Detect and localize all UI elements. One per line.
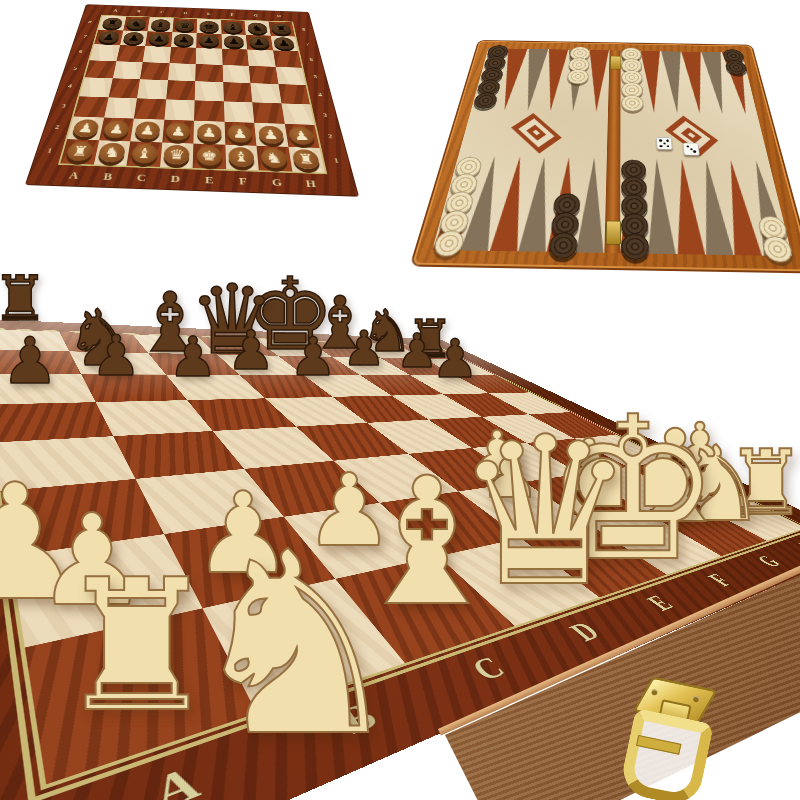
disc-symbol: ♜	[297, 151, 316, 167]
backgammon-photo	[414, 0, 800, 286]
flat-square-c4	[137, 79, 168, 99]
disc-symbol: ♟	[262, 127, 279, 142]
flat-square-e3	[194, 100, 224, 122]
dark-disc-b: ♝	[223, 21, 243, 33]
disc-symbol: ♟	[139, 122, 156, 137]
disc-symbol: ♟	[232, 126, 248, 141]
disc-symbol: ♟	[101, 32, 116, 42]
flat-square-a5	[85, 60, 116, 78]
flat-coord-number-right-8: 8	[302, 27, 306, 31]
disc-symbol: ♟	[252, 37, 266, 47]
flat-coord-number-left-7: 7	[83, 34, 88, 38]
main-coord-letter-G: G	[750, 552, 786, 571]
disc-symbol: ♟	[277, 38, 291, 48]
disc-symbol: ♟	[177, 35, 190, 45]
latch-hasp-loop	[618, 708, 714, 800]
main-coord-letter-B: B	[333, 695, 385, 743]
flat-square-g3	[252, 102, 284, 124]
disc-symbol: ♛	[178, 21, 190, 30]
flat-coord-letter-far-A: A	[113, 9, 118, 12]
flat-square-h3	[281, 103, 314, 125]
flat-coord-number-left-5: 5	[73, 66, 78, 71]
disc-symbol: ♟	[203, 35, 216, 45]
flat-coord-number-left-4: 4	[67, 83, 72, 89]
flat-coord-number-left-3: 3	[61, 103, 67, 109]
disc-symbol: ♝	[135, 145, 153, 161]
flat-coord-letter-C: C	[136, 171, 147, 184]
disc-symbol: ♟	[127, 33, 141, 43]
flat-square-e5	[195, 64, 223, 82]
flat-coord-number-right-6: 6	[309, 57, 314, 62]
flat-coord-letter-far-E: E	[207, 12, 211, 16]
disc-symbol: ♟	[170, 123, 186, 138]
flat-square-a6	[90, 44, 120, 61]
flat-square-b6	[116, 45, 145, 62]
flat-square-f6	[222, 49, 249, 66]
flat-square-g4	[250, 83, 281, 103]
die-2-showing-3	[683, 143, 700, 156]
flat-coord-letter-B: B	[102, 170, 113, 183]
flat-coord-letter-A: A	[68, 169, 80, 182]
flat-coord-number-right-7: 7	[305, 42, 309, 46]
disc-symbol: ♝	[154, 20, 167, 29]
disc-symbol: ♞	[265, 150, 283, 166]
disc-symbol: ♛	[168, 146, 185, 162]
disc-symbol: ♟	[76, 120, 95, 135]
disc-symbol: ♟	[108, 121, 126, 136]
flat-chessboard-photo: AABBCCDDEEFFGGHH1122334455667788♜♞♝♛♚♝♞♜…	[6, 4, 378, 210]
die-pip	[690, 148, 693, 150]
disc-symbol: ♟	[293, 128, 311, 143]
flat-square-d5	[168, 63, 196, 81]
disc-symbol: ♜	[70, 143, 90, 159]
main-coord-letter-F: F	[701, 570, 738, 591]
die-pip	[666, 145, 669, 147]
flat-square-d4	[166, 80, 195, 100]
die-pip	[666, 140, 669, 142]
disc-symbol: ♜	[274, 24, 288, 33]
disc-symbol: ♜	[105, 18, 119, 27]
flat-square-c3	[134, 98, 166, 120]
disc-symbol: ♝	[227, 22, 239, 31]
backgammon-contents	[479, 41, 751, 46]
product-photo-stage: ABCDEFGH ♜♝♞♝♚♛♜♟♟♞♟♟♟♟♟♟♟♟♟♟♜♞♝♟♚♟♛♟♟♝♜…	[0, 0, 800, 800]
flat-coord-number-right-3: 3	[322, 112, 327, 118]
flat-square-h6	[273, 50, 302, 67]
light-checker	[761, 236, 795, 263]
flat-coord-letter-H: H	[305, 177, 317, 190]
flat-square-b4	[108, 78, 140, 98]
flat-coord-number-left-2: 2	[54, 124, 60, 131]
flat-coord-number-right-5: 5	[313, 74, 318, 79]
flat-square-c6	[143, 46, 171, 63]
main-coord-letter-A: A	[147, 756, 206, 800]
flat-coord-letter-far-B: B	[137, 10, 141, 13]
flat-square-f3	[223, 101, 254, 123]
flat-coord-number-left-8: 8	[88, 20, 92, 24]
flat-chessboard-pieces: AABBCCDDEEFFGGHH1122334455667788♜♞♝♛♚♝♞♜…	[87, 5, 309, 13]
flat-square-f5	[222, 65, 250, 83]
flat-coord-letter-G: G	[271, 176, 283, 189]
flat-coord-letter-E: E	[205, 174, 214, 187]
die-pip	[660, 145, 663, 147]
flat-coord-number-right-2: 2	[328, 133, 334, 140]
flat-square-a4	[79, 77, 112, 97]
brass-hinge-bottom	[606, 221, 622, 245]
flat-square-g5	[249, 66, 278, 84]
flat-coord-letter-far-D: D	[184, 11, 188, 15]
main-coord-letter-H: H	[792, 538, 800, 554]
flat-coord-letter-far-F: F	[230, 13, 234, 16]
flat-square-g6	[247, 50, 275, 67]
flat-square-e4	[195, 81, 224, 101]
brass-hinge-top	[610, 56, 621, 70]
flat-square-e6	[196, 48, 223, 65]
backgammon-case	[412, 41, 800, 272]
flat-coord-number-left-1: 1	[47, 147, 53, 154]
die-pip	[686, 145, 689, 147]
disc-symbol: ♟	[152, 34, 166, 44]
flat-square-b3	[104, 97, 137, 119]
die-pip	[693, 151, 696, 153]
flat-coord-number-right-4: 4	[317, 92, 322, 98]
light-checker	[621, 95, 643, 112]
flat-coord-letter-D: D	[170, 173, 180, 186]
main-square-a7	[0, 349, 81, 374]
disc-symbol: ♟	[227, 36, 240, 46]
light-disc-k: ♚	[196, 146, 222, 166]
flat-square-h5	[275, 67, 305, 85]
flat-square-c5	[140, 62, 169, 80]
disc-symbol: ♞	[130, 19, 144, 28]
flat-square-d6	[169, 47, 196, 64]
point-left-bottom-6	[576, 157, 606, 252]
disc-symbol: ♝	[233, 149, 250, 165]
flat-coord-number-right-1: 1	[333, 157, 339, 164]
brass-latch	[601, 669, 743, 800]
main-coord-letter-C: C	[463, 650, 513, 688]
disc-symbol: ♚	[203, 21, 215, 30]
dark-disc-k: ♚	[199, 21, 218, 32]
flat-square-f4	[223, 82, 252, 102]
disc-symbol: ♞	[103, 144, 122, 160]
light-disc-p: ♟	[197, 123, 222, 141]
flat-chessboard: AABBCCDDEEFFGGHH1122334455667788♜♞♝♛♚♝♞♜…	[26, 5, 358, 196]
flat-square-h4	[278, 84, 310, 104]
main-coord-letter-E: E	[639, 591, 680, 616]
disc-symbol: ♚	[201, 147, 217, 163]
flat-coord-letter-F: F	[239, 175, 248, 188]
flat-square-b5	[112, 61, 142, 79]
point-left-top-6	[585, 50, 608, 112]
disc-symbol: ♟	[201, 125, 216, 140]
flat-square-d3	[164, 99, 195, 121]
disc-symbol: ♞	[251, 23, 264, 32]
flat-coord-number-left-6: 6	[78, 49, 83, 54]
flat-coord-letter-far-C: C	[160, 10, 164, 13]
flat-coord-letter-far-G: G	[253, 14, 258, 18]
flat-square-a3	[74, 96, 109, 117]
light-checker	[566, 69, 588, 84]
main-coord-letter-D: D	[562, 617, 607, 647]
die-pip	[663, 142, 666, 144]
die-pip	[659, 140, 662, 142]
flat-coord-letter-far-H: H	[276, 14, 281, 18]
main-square-a6	[0, 374, 96, 404]
die-1-showing-5	[656, 137, 672, 150]
